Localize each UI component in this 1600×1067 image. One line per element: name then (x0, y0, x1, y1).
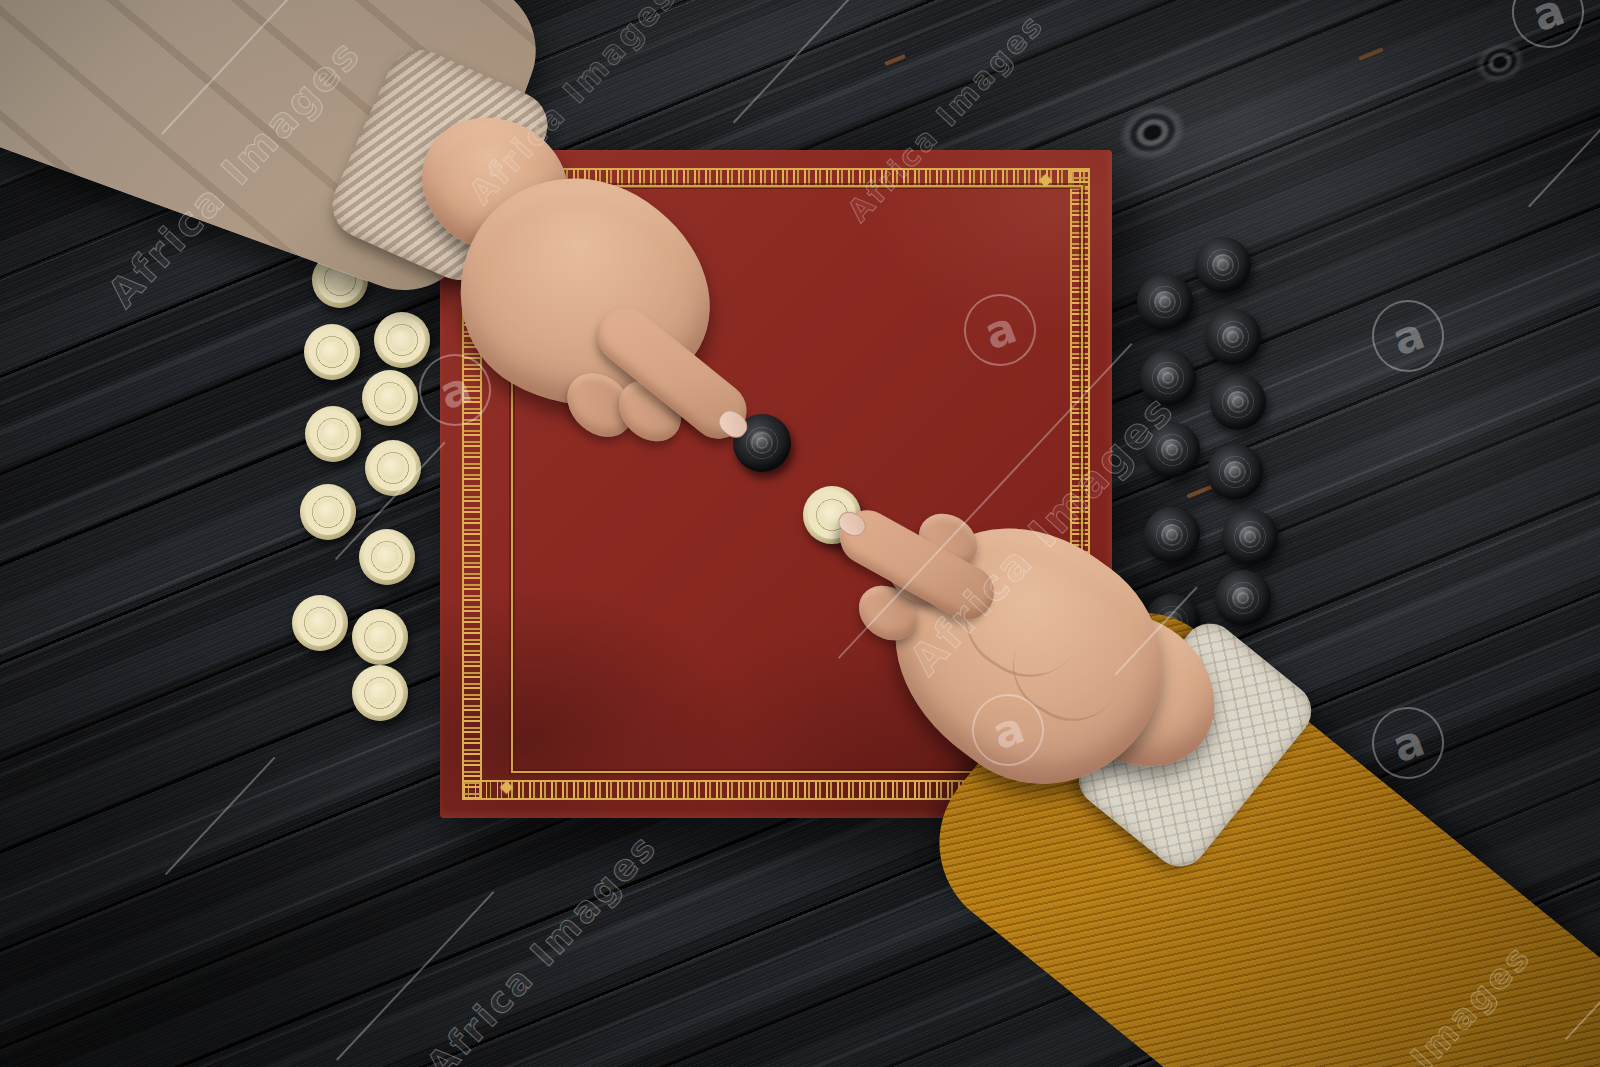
checker-white-tray-7[interactable] (300, 484, 356, 540)
checker-black-tray-5[interactable] (1210, 374, 1266, 430)
checker-white-tray-11[interactable] (352, 665, 408, 721)
checker-black-tray-3[interactable] (1205, 309, 1261, 365)
checker-white-tray-8[interactable] (359, 529, 415, 585)
checker-black-tray-7[interactable] (1207, 444, 1263, 500)
checker-black-tray-1[interactable] (1195, 237, 1251, 293)
checker-black-tray-9[interactable] (1222, 509, 1278, 565)
checker-black-tray-2[interactable] (1137, 274, 1193, 330)
checker-black-tray-6[interactable] (1144, 422, 1200, 478)
checker-black-tray-10[interactable] (1215, 570, 1271, 626)
checker-white-tray-5[interactable] (305, 406, 361, 462)
checker-white-tray-9[interactable] (292, 595, 348, 651)
checkers-photo-scene: Africa ImagesAfrica ImagesAfrica ImagesA… (0, 0, 1600, 1067)
checker-white-tray-6[interactable] (365, 440, 421, 496)
checker-white-tray-4[interactable] (362, 370, 418, 426)
checker-white-tray-2[interactable] (304, 324, 360, 380)
checker-black-tray-4[interactable] (1140, 350, 1196, 406)
checker-white-tray-10[interactable] (352, 609, 408, 665)
checker-black-tray-8[interactable] (1144, 507, 1200, 563)
checker-white-tray-3[interactable] (374, 312, 430, 368)
